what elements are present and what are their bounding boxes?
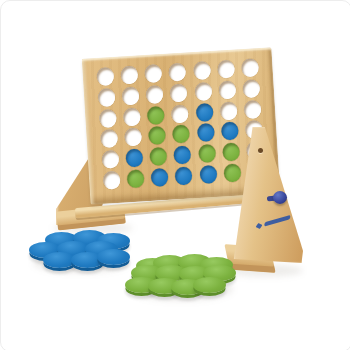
board-cell-r3c4[interactable] bbox=[167, 103, 193, 125]
blue-disc-in-hole bbox=[195, 103, 213, 122]
board-cell-r1c2[interactable] bbox=[116, 64, 141, 86]
board-cell-r1c4[interactable] bbox=[165, 61, 191, 83]
green-disc-in-hole bbox=[148, 126, 166, 145]
green-disc-in-hole bbox=[223, 163, 241, 182]
board-cell-r2c7[interactable] bbox=[239, 78, 265, 100]
board-cell-r6c1[interactable] bbox=[99, 169, 124, 191]
board-cell-r2c4[interactable] bbox=[166, 82, 192, 104]
board-cell-r3c7[interactable] bbox=[240, 98, 266, 120]
green-disc-in-hole bbox=[147, 106, 165, 125]
board-cell-r4c2[interactable] bbox=[120, 126, 145, 148]
empty-hole bbox=[241, 58, 259, 77]
blue-disc-in-hole bbox=[151, 168, 169, 187]
empty-hole bbox=[146, 85, 164, 104]
board-cell-r2c6[interactable] bbox=[215, 79, 240, 101]
empty-hole bbox=[218, 81, 236, 100]
empty-hole bbox=[120, 66, 138, 85]
board-cell-r4c4[interactable] bbox=[169, 123, 195, 145]
board-cell-r3c2[interactable] bbox=[119, 106, 144, 128]
empty-hole bbox=[244, 100, 262, 119]
peg-hole bbox=[258, 148, 263, 153]
board-cell-r4c3[interactable] bbox=[145, 125, 170, 147]
board-cell-r4c6[interactable] bbox=[217, 120, 242, 142]
blue-disc-in-hole bbox=[197, 123, 215, 142]
green-disc-in-hole bbox=[127, 169, 145, 188]
empty-hole bbox=[194, 82, 212, 101]
board-cell-r1c7[interactable] bbox=[238, 57, 264, 79]
board-cell-r4c1[interactable] bbox=[96, 128, 121, 150]
blue-knob[interactable] bbox=[273, 191, 287, 204]
board-cell-r6c5[interactable] bbox=[196, 163, 221, 185]
empty-hole bbox=[170, 84, 188, 103]
empty-hole bbox=[96, 67, 114, 86]
green-disc-in-hole bbox=[172, 125, 190, 144]
blue-loose-disc-9[interactable] bbox=[97, 249, 130, 265]
empty-hole bbox=[121, 87, 139, 106]
empty-hole bbox=[169, 63, 187, 82]
blue-disc-in-hole bbox=[175, 166, 193, 185]
empty-hole bbox=[193, 61, 211, 80]
empty-hole bbox=[97, 88, 115, 107]
empty-hole bbox=[101, 150, 119, 169]
board-cell-r6c4[interactable] bbox=[171, 165, 197, 187]
board-cell-r3c3[interactable] bbox=[143, 104, 168, 126]
board-cell-r6c3[interactable] bbox=[147, 166, 172, 188]
empty-hole bbox=[217, 60, 235, 79]
blue-disc-in-hole bbox=[199, 165, 217, 184]
board-cell-r1c6[interactable] bbox=[213, 58, 238, 80]
board-cell-r1c5[interactable] bbox=[189, 60, 214, 82]
blue-disc-in-hole bbox=[221, 122, 239, 141]
board-cell-r2c1[interactable] bbox=[94, 86, 119, 108]
board-cell-r6c2[interactable] bbox=[123, 167, 148, 189]
empty-hole bbox=[102, 171, 120, 190]
empty-hole bbox=[124, 128, 142, 147]
board-cell-r4c5[interactable] bbox=[193, 122, 218, 144]
empty-hole bbox=[220, 101, 238, 120]
board-cell-r3c5[interactable] bbox=[192, 101, 217, 123]
board-cell-r5c6[interactable] bbox=[218, 141, 243, 163]
board-cell-r5c4[interactable] bbox=[170, 144, 196, 166]
board-cell-r5c1[interactable] bbox=[97, 148, 122, 170]
board-cell-r3c1[interactable] bbox=[95, 107, 120, 129]
board-cell-r2c5[interactable] bbox=[190, 81, 215, 103]
board-cell-r2c2[interactable] bbox=[118, 85, 143, 107]
board-cell-r5c3[interactable] bbox=[146, 145, 171, 167]
empty-hole bbox=[171, 104, 189, 123]
board-grid bbox=[92, 57, 269, 191]
board-cell-r1c1[interactable] bbox=[92, 66, 117, 88]
empty-hole bbox=[100, 129, 118, 148]
empty-hole bbox=[98, 109, 116, 128]
green-disc-in-hole bbox=[222, 142, 240, 161]
green-disc-in-hole bbox=[149, 147, 167, 166]
empty-hole bbox=[243, 79, 261, 98]
empty-hole bbox=[123, 107, 141, 126]
board-cell-r6c6[interactable] bbox=[220, 162, 245, 184]
board-cell-r2c3[interactable] bbox=[142, 83, 167, 105]
product-photo-scene bbox=[0, 0, 350, 350]
board-cell-r5c5[interactable] bbox=[194, 142, 219, 164]
empty-hole bbox=[144, 64, 162, 83]
board-cell-r5c2[interactable] bbox=[122, 147, 147, 169]
green-disc-in-hole bbox=[198, 144, 216, 163]
blue-disc-in-hole bbox=[125, 148, 143, 167]
board-cell-r3c6[interactable] bbox=[216, 100, 241, 122]
board-cell-r1c3[interactable] bbox=[141, 63, 166, 85]
green-loose-disc-12[interactable] bbox=[193, 277, 226, 293]
blue-disc-in-hole bbox=[174, 145, 192, 164]
